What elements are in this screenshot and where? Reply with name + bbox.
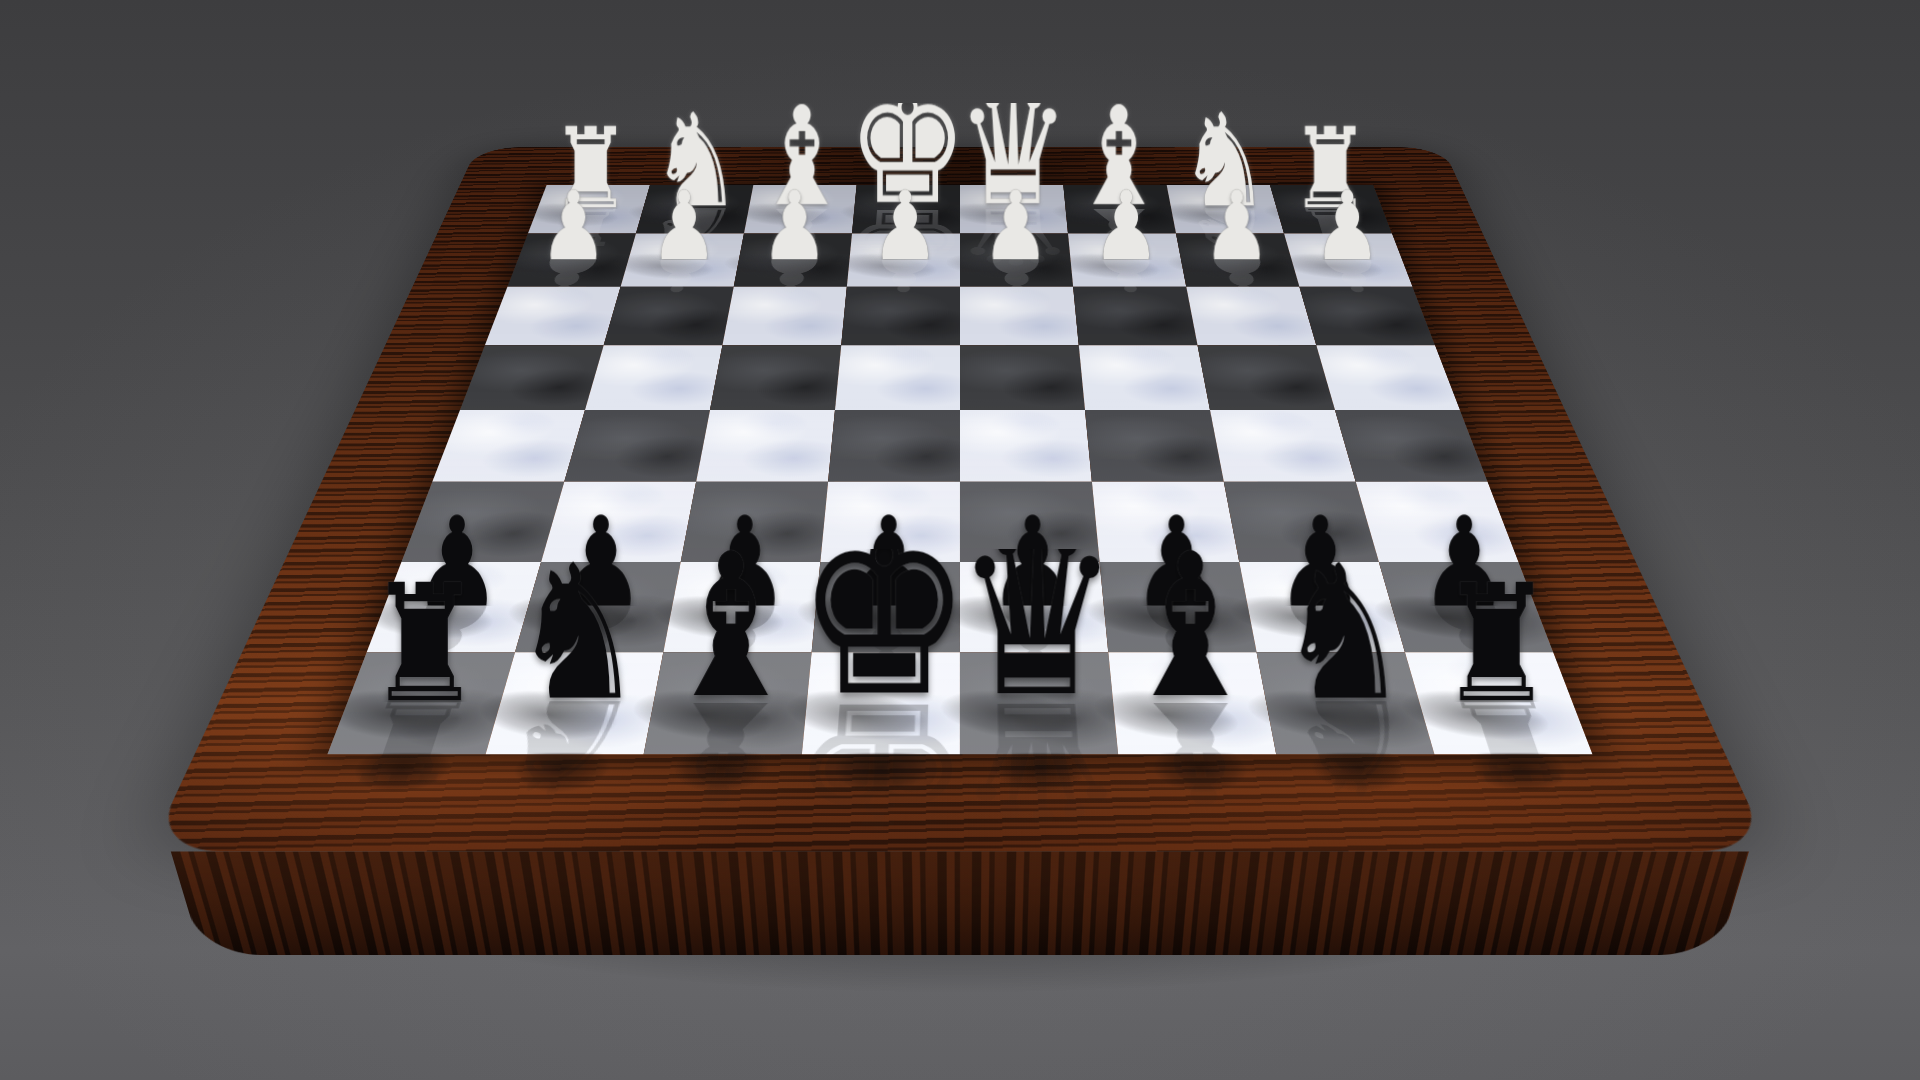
square-f4[interactable] <box>710 345 841 410</box>
square-g8[interactable]: ♞♞ <box>486 652 664 754</box>
square-a2[interactable]: ♟♟ <box>1284 234 1413 287</box>
square-g4[interactable] <box>585 345 722 410</box>
black-bishop-f8[interactable]: ♝ <box>659 543 801 712</box>
wooden-frame: ♜♜♞♞♝♝♚♚♛♛♝♝♞♞♜♜♟♟♟♟♟♟♟♟♟♟♟♟♟♟♟♟♟♟♟♟♟♟♟♟… <box>149 147 1770 851</box>
square-g5[interactable] <box>564 410 710 482</box>
square-h2[interactable]: ♟♟ <box>507 234 636 287</box>
square-e2[interactable]: ♟♟ <box>847 234 960 287</box>
white-pawn-c2[interactable]: ♟ <box>1092 185 1160 266</box>
black-rook-a8[interactable]: ♜ <box>1438 574 1554 711</box>
square-surface <box>835 345 960 410</box>
square-a5[interactable] <box>1335 410 1488 482</box>
square-surface <box>1079 345 1210 410</box>
square-surface <box>1073 287 1197 346</box>
square-surface <box>722 287 846 346</box>
square-a4[interactable] <box>1316 345 1460 410</box>
board-front-edge <box>171 851 1749 955</box>
square-c2[interactable]: ♟♟ <box>1068 234 1186 287</box>
square-h3[interactable] <box>485 287 621 346</box>
square-d8[interactable]: ♛♛ <box>960 652 1118 754</box>
white-pawn-e2[interactable]: ♟ <box>870 185 938 266</box>
black-knight-g8[interactable]: ♞ <box>511 553 645 711</box>
black-king-e8[interactable]: ♚ <box>796 503 972 711</box>
square-surface <box>585 345 722 410</box>
square-a3[interactable] <box>1299 287 1435 346</box>
rail-reflection <box>1450 753 1604 826</box>
square-surface <box>485 287 621 346</box>
black-knight-b8[interactable]: ♞ <box>1276 553 1410 711</box>
square-c5[interactable] <box>1085 410 1224 482</box>
square-g3[interactable] <box>604 287 734 346</box>
white-pawn-b2[interactable]: ♟ <box>1202 185 1270 266</box>
square-e8[interactable]: ♚♚ <box>802 652 960 754</box>
square-g2[interactable]: ♟♟ <box>621 234 744 287</box>
rail-reflection <box>812 753 945 826</box>
square-surface <box>710 345 841 410</box>
square-h8[interactable]: ♜♜ <box>327 652 515 754</box>
white-pawn-d2[interactable]: ♟ <box>981 185 1049 266</box>
square-d3[interactable] <box>960 287 1079 346</box>
chess-scene: ♜♜♞♞♝♝♚♚♛♛♝♝♞♞♜♜♟♟♟♟♟♟♟♟♟♟♟♟♟♟♟♟♟♟♟♟♟♟♟♟… <box>0 0 1920 1080</box>
square-surface <box>1299 287 1435 346</box>
rail-reflection <box>976 753 1109 826</box>
white-pawn-a2[interactable]: ♟ <box>1313 185 1381 266</box>
square-surface <box>960 410 1092 482</box>
square-a8[interactable]: ♜♜ <box>1405 652 1593 754</box>
square-surface <box>960 345 1085 410</box>
square-b8[interactable]: ♞♞ <box>1257 652 1435 754</box>
square-h4[interactable] <box>460 345 604 410</box>
square-e4[interactable] <box>835 345 960 410</box>
square-h5[interactable] <box>432 410 585 482</box>
square-b3[interactable] <box>1186 287 1316 346</box>
square-surface <box>1085 410 1224 482</box>
black-bishop-c8[interactable]: ♝ <box>1118 543 1260 712</box>
square-c3[interactable] <box>1073 287 1197 346</box>
rail-reflection <box>647 753 787 826</box>
rail-reflection <box>1292 753 1439 826</box>
square-surface <box>564 410 710 482</box>
square-b4[interactable] <box>1198 345 1335 410</box>
square-surface <box>460 345 604 410</box>
square-b5[interactable] <box>1210 410 1356 482</box>
square-c8[interactable]: ♝♝ <box>1108 652 1276 754</box>
square-b2[interactable]: ♟♟ <box>1176 234 1299 287</box>
square-surface <box>1210 410 1356 482</box>
square-f8[interactable]: ♝♝ <box>644 652 812 754</box>
square-surface <box>432 410 585 482</box>
square-e3[interactable] <box>841 287 960 346</box>
square-surface <box>841 287 960 346</box>
square-d5[interactable] <box>960 410 1092 482</box>
rail-reflection <box>317 753 471 826</box>
square-surface <box>1198 345 1335 410</box>
rail-reflection <box>1134 753 1274 826</box>
white-pawn-g2[interactable]: ♟ <box>649 185 717 266</box>
square-surface <box>1335 410 1488 482</box>
square-surface <box>1316 345 1460 410</box>
board-squares[interactable]: ♜♜♞♞♝♝♚♚♛♛♝♝♞♞♜♜♟♟♟♟♟♟♟♟♟♟♟♟♟♟♟♟♟♟♟♟♟♟♟♟… <box>327 185 1592 755</box>
square-d2[interactable]: ♟♟ <box>960 234 1073 287</box>
square-surface <box>960 287 1079 346</box>
rail-reflection <box>482 753 629 826</box>
square-surface <box>604 287 734 346</box>
square-surface <box>1186 287 1316 346</box>
white-pawn-h2[interactable]: ♟ <box>539 185 607 266</box>
black-rook-h8[interactable]: ♜ <box>366 574 482 711</box>
square-d4[interactable] <box>960 345 1085 410</box>
chess-board: ♜♜♞♞♝♝♚♚♛♛♝♝♞♞♜♜♟♟♟♟♟♟♟♟♟♟♟♟♟♟♟♟♟♟♟♟♟♟♟♟… <box>149 147 1770 851</box>
square-c4[interactable] <box>1079 345 1210 410</box>
black-queen-d8[interactable]: ♛ <box>954 516 1119 712</box>
backdrop: { "game": "chess", "position": { "fen": … <box>0 0 1920 1080</box>
square-f2[interactable]: ♟♟ <box>734 234 852 287</box>
white-pawn-f2[interactable]: ♟ <box>760 185 828 266</box>
square-f3[interactable] <box>722 287 846 346</box>
